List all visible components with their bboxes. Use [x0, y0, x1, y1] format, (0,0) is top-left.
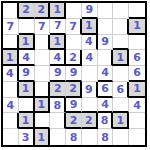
cell-r9c2[interactable]: 3 — [19, 129, 35, 145]
cell-r6c9[interactable]: 1 — [129, 82, 145, 98]
cell-r2c4[interactable]: 7 — [50, 19, 66, 35]
cell-digit: 4 — [101, 99, 109, 110]
cell-digit: 1 — [53, 36, 61, 47]
cell-r7c4[interactable]: 8 — [50, 98, 66, 114]
cell-digit: 9 — [85, 84, 93, 95]
cell-digit: 9 — [101, 36, 109, 47]
cell-digit: 6 — [117, 84, 125, 95]
cell-r1c6[interactable]: 9 — [82, 3, 98, 19]
cell-r7c9[interactable]: 4 — [129, 98, 145, 114]
cell-r7c3[interactable]: 1 — [35, 98, 51, 114]
cell-digit: 8 — [101, 115, 109, 126]
cell-r7c6[interactable] — [82, 98, 98, 114]
cell-r5c3[interactable] — [35, 66, 51, 82]
cell-r1c5[interactable] — [66, 3, 82, 19]
cell-r9c4[interactable] — [50, 129, 66, 145]
cell-digit: 9 — [54, 67, 62, 78]
cell-r8c9[interactable] — [129, 113, 145, 129]
cell-digit: 4 — [6, 68, 14, 79]
cell-digit: 2 — [69, 83, 77, 94]
cell-r3c6[interactable]: 4 — [82, 35, 98, 51]
cell-r7c8[interactable] — [113, 98, 129, 114]
filling-board: 2219777711114914424164999461229661418944… — [1, 1, 147, 147]
cell-r6c8[interactable]: 6 — [113, 82, 129, 98]
cell-r6c3[interactable] — [35, 82, 51, 98]
cell-digit: 6 — [133, 52, 141, 63]
cell-r6c5[interactable]: 2 — [66, 82, 82, 98]
cell-r3c7[interactable]: 9 — [98, 35, 114, 51]
cell-digit: 2 — [54, 83, 62, 94]
cell-r1c7[interactable] — [98, 3, 114, 19]
cell-r5c2[interactable]: 9 — [19, 66, 35, 82]
cell-r8c2[interactable]: 1 — [19, 113, 35, 129]
cell-digit: 1 — [85, 20, 93, 31]
cell-r4c5[interactable]: 2 — [66, 50, 82, 66]
cell-r2c9[interactable]: 1 — [129, 19, 145, 35]
cell-r8c3[interactable] — [35, 113, 51, 129]
cell-r1c2[interactable]: 2 — [19, 3, 35, 19]
cell-digit: 8 — [70, 132, 78, 143]
cell-r2c1[interactable]: 7 — [3, 19, 19, 35]
cell-digit: 1 — [117, 52, 125, 63]
cell-r7c1[interactable]: 4 — [3, 98, 19, 114]
cell-digit: 8 — [101, 132, 109, 143]
cell-r3c4[interactable]: 1 — [50, 35, 66, 51]
cell-r4c4[interactable]: 4 — [50, 50, 66, 66]
cell-digit: 1 — [133, 20, 141, 31]
cell-digit: 9 — [70, 67, 78, 78]
cell-digit: 9 — [22, 67, 30, 78]
cell-digit: 9 — [85, 4, 93, 15]
cell-digit: 4 — [133, 100, 141, 111]
cell-digit: 1 — [38, 99, 46, 110]
cell-r7c2[interactable] — [19, 98, 35, 114]
cell-r3c2[interactable]: 1 — [19, 35, 35, 51]
cell-r6c1[interactable] — [3, 82, 19, 98]
cell-digit: 1 — [22, 115, 30, 126]
cell-digit: 1 — [6, 52, 14, 63]
cell-r8c7[interactable]: 8 — [98, 113, 114, 129]
cell-digit: 4 — [85, 52, 93, 63]
cell-digit: 4 — [7, 100, 15, 111]
cell-r1c4[interactable]: 1 — [50, 3, 66, 19]
cell-r5c9[interactable]: 6 — [129, 66, 145, 82]
cell-r1c3[interactable]: 2 — [35, 3, 51, 19]
cell-r3c3[interactable] — [35, 35, 51, 51]
cell-r4c2[interactable]: 4 — [19, 50, 35, 66]
cell-digit: 9 — [70, 99, 78, 110]
cell-digit: 6 — [133, 67, 141, 78]
cell-r8c6[interactable]: 2 — [82, 113, 98, 129]
cell-r5c8[interactable] — [113, 66, 129, 82]
cell-digit: 3 — [22, 132, 30, 143]
cell-digit: 4 — [22, 52, 30, 63]
cell-r6c7[interactable]: 6 — [98, 82, 114, 98]
cell-r1c8[interactable] — [113, 3, 129, 19]
cell-r5c5[interactable]: 9 — [66, 66, 82, 82]
cell-digit: 2 — [85, 115, 93, 126]
cell-r5c7[interactable]: 4 — [98, 66, 114, 82]
cell-r9c6[interactable] — [82, 129, 98, 145]
cell-r7c7[interactable]: 4 — [98, 98, 114, 114]
cell-r1c1[interactable] — [3, 3, 19, 19]
cell-digit: 8 — [53, 100, 61, 111]
cell-r5c6[interactable] — [82, 66, 98, 82]
cell-digit: 7 — [69, 21, 77, 32]
cell-digit: 7 — [7, 21, 15, 32]
cell-r8c1[interactable] — [3, 113, 19, 129]
cell-r9c9[interactable] — [129, 129, 145, 145]
cell-digit: 1 — [53, 4, 61, 15]
cell-digit: 4 — [53, 52, 61, 63]
cell-r4c6[interactable]: 4 — [82, 50, 98, 66]
cell-r2c3[interactable]: 7 — [35, 19, 51, 35]
cell-r9c5[interactable]: 8 — [66, 129, 82, 145]
cell-digit: 1 — [38, 132, 46, 143]
cell-r9c8[interactable] — [113, 129, 129, 145]
cell-r8c8[interactable]: 1 — [113, 113, 129, 129]
cell-digit: 7 — [54, 20, 62, 31]
cell-r2c2[interactable] — [19, 19, 35, 35]
cell-r4c8[interactable]: 1 — [113, 50, 129, 66]
cell-digit: 4 — [101, 67, 109, 78]
cell-r1c9[interactable] — [129, 3, 145, 19]
cell-r2c8[interactable] — [113, 19, 129, 35]
cell-r2c6[interactable]: 1 — [82, 19, 98, 35]
cell-r4c1[interactable]: 1 — [3, 50, 19, 66]
cell-r6c4[interactable]: 2 — [50, 82, 66, 98]
cell-digit: 2 — [69, 52, 77, 63]
cell-digit: 1 — [117, 115, 125, 126]
cell-digit: 7 — [38, 21, 46, 32]
cell-r2c5[interactable]: 7 — [66, 19, 82, 35]
cell-digit: 6 — [101, 83, 109, 94]
cell-r3c5[interactable] — [66, 35, 82, 51]
cell-r4c7[interactable] — [98, 50, 114, 66]
cell-digit: 2 — [38, 4, 46, 15]
cell-r9c1[interactable] — [3, 129, 19, 145]
cell-digit: 1 — [133, 83, 141, 94]
cell-r9c3[interactable]: 1 — [35, 129, 51, 145]
cell-r9c7[interactable]: 8 — [98, 129, 114, 145]
cell-digit: 4 — [85, 36, 93, 47]
cell-r8c4[interactable] — [50, 113, 66, 129]
cell-r3c8[interactable] — [113, 35, 129, 51]
cell-r5c4[interactable]: 9 — [50, 66, 66, 82]
cell-r5c1[interactable]: 4 — [3, 66, 19, 82]
cell-r7c5[interactable]: 9 — [66, 98, 82, 114]
cell-digit: 2 — [70, 115, 78, 126]
cell-r3c1[interactable] — [3, 35, 19, 51]
cell-r8c5[interactable]: 2 — [66, 113, 82, 129]
cell-r3c9[interactable] — [129, 35, 145, 51]
cell-r4c9[interactable]: 6 — [129, 50, 145, 66]
cell-r4c3[interactable] — [35, 50, 51, 66]
cell-digit: 1 — [22, 83, 30, 94]
cell-r2c7[interactable] — [98, 19, 114, 35]
cell-digit: 2 — [22, 4, 30, 15]
cell-digit: 1 — [22, 36, 30, 47]
cell-r6c6[interactable]: 9 — [82, 82, 98, 98]
cell-r6c2[interactable]: 1 — [19, 82, 35, 98]
